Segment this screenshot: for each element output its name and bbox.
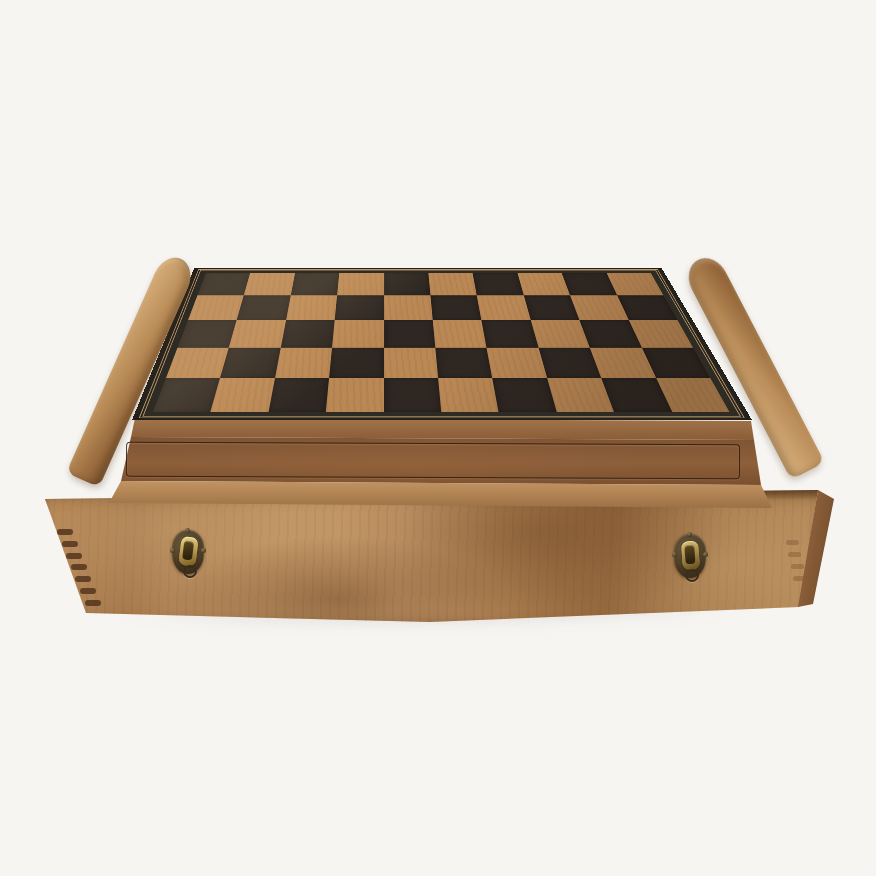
board-square-r3c7 xyxy=(482,320,539,347)
finger-joint-notch xyxy=(788,552,801,557)
board-square-r4c7 xyxy=(487,348,547,379)
board-square-r2c10 xyxy=(617,295,678,320)
board-square-r5c3 xyxy=(268,378,329,412)
board-square-r4c2 xyxy=(220,348,280,379)
board-square-r1c10 xyxy=(606,273,663,296)
board-square-r1c5 xyxy=(384,273,431,296)
screw-icon xyxy=(185,528,190,533)
finger-joint-notch xyxy=(71,564,87,570)
board-square-r2c4 xyxy=(335,295,384,320)
board-square-r3c2 xyxy=(229,320,286,347)
left-latch xyxy=(168,526,208,580)
board-square-r1c4 xyxy=(337,273,384,296)
finger-joint-notch xyxy=(80,588,96,594)
board-square-r3c1 xyxy=(178,320,237,347)
screw-icon xyxy=(703,552,708,557)
board-square-r2c5 xyxy=(384,295,433,320)
finger-joint-notch xyxy=(786,540,799,545)
board-square-r1c7 xyxy=(473,273,524,296)
latch-hook-slot xyxy=(684,545,695,565)
board-dark-margin xyxy=(132,268,752,420)
latch-hook-slot xyxy=(182,540,194,560)
board-square-r4c4 xyxy=(329,348,383,379)
product-photo xyxy=(0,0,876,876)
board-square-r4c1 xyxy=(166,348,229,379)
board-square-r1c1 xyxy=(197,273,250,296)
board-square-r3c4 xyxy=(332,320,384,347)
board-square-r3c6 xyxy=(433,320,487,347)
board-square-r3c5 xyxy=(384,320,436,347)
board-square-r5c4 xyxy=(326,378,384,412)
finger-joint-notch xyxy=(793,576,806,581)
board-square-r3c3 xyxy=(281,320,335,347)
board-lid-top xyxy=(132,268,752,420)
right-latch xyxy=(670,530,710,584)
board-square-r2c6 xyxy=(430,295,481,320)
board-square-r4c6 xyxy=(435,348,492,379)
latch-ring xyxy=(183,565,197,578)
finger-joint-notch xyxy=(85,600,101,606)
board-square-r5c2 xyxy=(211,378,275,412)
board-square-r2c2 xyxy=(237,295,291,320)
board-square-r5c5 xyxy=(384,378,442,412)
pinstripe-inner xyxy=(142,270,741,416)
screw-icon xyxy=(672,552,677,557)
screw-icon xyxy=(201,548,206,553)
lid-edge-strip xyxy=(131,418,754,440)
latch-hook xyxy=(681,540,700,570)
screw-icon xyxy=(687,532,692,537)
board-square-r5c1 xyxy=(153,378,220,412)
board-square-r2c3 xyxy=(286,295,337,320)
board-square-r5c6 xyxy=(438,378,499,412)
board-square-r1c2 xyxy=(244,273,295,296)
finger-joint-notch xyxy=(57,529,73,535)
board-square-r4c3 xyxy=(275,348,332,379)
board-square-r4c5 xyxy=(384,348,438,379)
incised-outline xyxy=(126,442,740,480)
finger-joint-notch xyxy=(791,564,804,569)
pinstripe-outer xyxy=(139,269,745,418)
board-square-r1c6 xyxy=(428,273,477,296)
board-square-r2c7 xyxy=(477,295,531,320)
latch-ring xyxy=(685,569,699,582)
finger-joint-notch xyxy=(66,553,82,559)
finger-joint-notch xyxy=(62,541,78,547)
board-grid xyxy=(153,273,730,412)
board-square-r1c3 xyxy=(291,273,340,296)
screw-icon xyxy=(170,548,175,553)
board-square-r5c7 xyxy=(493,378,557,412)
finger-joint-notch xyxy=(75,576,91,582)
board-square-r2c1 xyxy=(188,295,244,320)
